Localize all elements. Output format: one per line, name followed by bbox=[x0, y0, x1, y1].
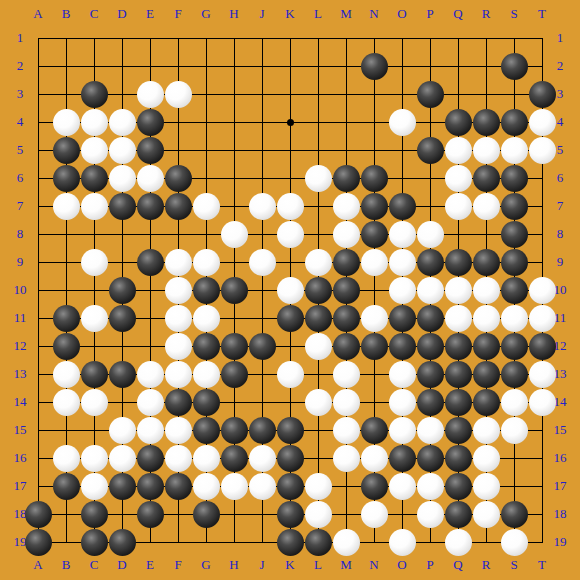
intersection-O7[interactable] bbox=[388, 192, 416, 220]
intersection-J1[interactable] bbox=[248, 24, 276, 52]
intersection-B3[interactable] bbox=[52, 80, 80, 108]
intersection-N19[interactable] bbox=[360, 528, 388, 556]
intersection-F2[interactable] bbox=[164, 52, 192, 80]
intersection-S1[interactable] bbox=[500, 24, 528, 52]
intersection-A7[interactable] bbox=[24, 192, 52, 220]
intersection-B19[interactable] bbox=[52, 528, 80, 556]
intersection-H13[interactable] bbox=[220, 360, 248, 388]
intersection-K5[interactable] bbox=[276, 136, 304, 164]
intersection-Q11[interactable] bbox=[444, 304, 472, 332]
intersection-S2[interactable] bbox=[500, 52, 528, 80]
intersection-Q16[interactable] bbox=[444, 444, 472, 472]
intersection-F5[interactable] bbox=[164, 136, 192, 164]
intersection-K10[interactable] bbox=[276, 276, 304, 304]
intersection-P5[interactable] bbox=[416, 136, 444, 164]
intersection-L7[interactable] bbox=[304, 192, 332, 220]
intersection-O19[interactable] bbox=[388, 528, 416, 556]
intersection-L4[interactable] bbox=[304, 108, 332, 136]
intersection-G19[interactable] bbox=[192, 528, 220, 556]
intersection-N5[interactable] bbox=[360, 136, 388, 164]
intersection-E3[interactable] bbox=[136, 80, 164, 108]
intersection-B1[interactable] bbox=[52, 24, 80, 52]
intersection-A19[interactable] bbox=[24, 528, 52, 556]
intersection-M9[interactable] bbox=[332, 248, 360, 276]
intersection-A9[interactable] bbox=[24, 248, 52, 276]
intersection-G10[interactable] bbox=[192, 276, 220, 304]
intersection-N7[interactable] bbox=[360, 192, 388, 220]
intersection-M3[interactable] bbox=[332, 80, 360, 108]
intersection-H2[interactable] bbox=[220, 52, 248, 80]
intersection-J12[interactable] bbox=[248, 332, 276, 360]
intersection-B5[interactable] bbox=[52, 136, 80, 164]
intersection-P15[interactable] bbox=[416, 416, 444, 444]
intersection-Q1[interactable] bbox=[444, 24, 472, 52]
intersection-M1[interactable] bbox=[332, 24, 360, 52]
intersection-M13[interactable] bbox=[332, 360, 360, 388]
intersection-M6[interactable] bbox=[332, 164, 360, 192]
intersection-L15[interactable] bbox=[304, 416, 332, 444]
intersection-B13[interactable] bbox=[52, 360, 80, 388]
intersection-E15[interactable] bbox=[136, 416, 164, 444]
intersection-T7[interactable] bbox=[528, 192, 556, 220]
intersection-T16[interactable] bbox=[528, 444, 556, 472]
intersection-C12[interactable] bbox=[80, 332, 108, 360]
intersection-D3[interactable] bbox=[108, 80, 136, 108]
intersection-G11[interactable] bbox=[192, 304, 220, 332]
intersection-C10[interactable] bbox=[80, 276, 108, 304]
intersection-M14[interactable] bbox=[332, 388, 360, 416]
intersection-K18[interactable] bbox=[276, 500, 304, 528]
intersection-F13[interactable] bbox=[164, 360, 192, 388]
intersection-J14[interactable] bbox=[248, 388, 276, 416]
intersection-K8[interactable] bbox=[276, 220, 304, 248]
intersection-P4[interactable] bbox=[416, 108, 444, 136]
intersection-R1[interactable] bbox=[472, 24, 500, 52]
intersection-E10[interactable] bbox=[136, 276, 164, 304]
intersection-R7[interactable] bbox=[472, 192, 500, 220]
intersection-K14[interactable] bbox=[276, 388, 304, 416]
intersection-B6[interactable] bbox=[52, 164, 80, 192]
intersection-P19[interactable] bbox=[416, 528, 444, 556]
intersection-S11[interactable] bbox=[500, 304, 528, 332]
intersection-K15[interactable] bbox=[276, 416, 304, 444]
intersection-O5[interactable] bbox=[388, 136, 416, 164]
intersection-T4[interactable] bbox=[528, 108, 556, 136]
intersection-B4[interactable] bbox=[52, 108, 80, 136]
intersection-C9[interactable] bbox=[80, 248, 108, 276]
intersection-H12[interactable] bbox=[220, 332, 248, 360]
intersection-E14[interactable] bbox=[136, 388, 164, 416]
intersection-S12[interactable] bbox=[500, 332, 528, 360]
intersection-T14[interactable] bbox=[528, 388, 556, 416]
intersection-H16[interactable] bbox=[220, 444, 248, 472]
intersection-L13[interactable] bbox=[304, 360, 332, 388]
intersection-J16[interactable] bbox=[248, 444, 276, 472]
intersection-N4[interactable] bbox=[360, 108, 388, 136]
intersection-M4[interactable] bbox=[332, 108, 360, 136]
intersection-G3[interactable] bbox=[192, 80, 220, 108]
intersection-G4[interactable] bbox=[192, 108, 220, 136]
intersection-C4[interactable] bbox=[80, 108, 108, 136]
intersection-M7[interactable] bbox=[332, 192, 360, 220]
intersection-D13[interactable] bbox=[108, 360, 136, 388]
intersection-E8[interactable] bbox=[136, 220, 164, 248]
intersection-R14[interactable] bbox=[472, 388, 500, 416]
intersection-R10[interactable] bbox=[472, 276, 500, 304]
intersection-O13[interactable] bbox=[388, 360, 416, 388]
intersection-M12[interactable] bbox=[332, 332, 360, 360]
intersection-B17[interactable] bbox=[52, 472, 80, 500]
intersection-D18[interactable] bbox=[108, 500, 136, 528]
intersection-F17[interactable] bbox=[164, 472, 192, 500]
intersection-R4[interactable] bbox=[472, 108, 500, 136]
intersection-H5[interactable] bbox=[220, 136, 248, 164]
intersection-F3[interactable] bbox=[164, 80, 192, 108]
intersection-Q13[interactable] bbox=[444, 360, 472, 388]
intersection-T1[interactable] bbox=[528, 24, 556, 52]
intersection-A12[interactable] bbox=[24, 332, 52, 360]
intersection-O10[interactable] bbox=[388, 276, 416, 304]
intersection-G18[interactable] bbox=[192, 500, 220, 528]
intersection-S5[interactable] bbox=[500, 136, 528, 164]
intersection-C13[interactable] bbox=[80, 360, 108, 388]
intersection-T18[interactable] bbox=[528, 500, 556, 528]
intersection-O8[interactable] bbox=[388, 220, 416, 248]
intersection-B16[interactable] bbox=[52, 444, 80, 472]
intersection-L17[interactable] bbox=[304, 472, 332, 500]
intersection-S8[interactable] bbox=[500, 220, 528, 248]
intersection-F11[interactable] bbox=[164, 304, 192, 332]
intersection-O3[interactable] bbox=[388, 80, 416, 108]
intersection-M16[interactable] bbox=[332, 444, 360, 472]
intersection-L14[interactable] bbox=[304, 388, 332, 416]
intersection-C3[interactable] bbox=[80, 80, 108, 108]
intersection-G13[interactable] bbox=[192, 360, 220, 388]
intersection-J3[interactable] bbox=[248, 80, 276, 108]
intersection-N13[interactable] bbox=[360, 360, 388, 388]
intersection-R17[interactable] bbox=[472, 472, 500, 500]
intersection-J8[interactable] bbox=[248, 220, 276, 248]
intersection-P10[interactable] bbox=[416, 276, 444, 304]
intersection-Q17[interactable] bbox=[444, 472, 472, 500]
intersection-T11[interactable] bbox=[528, 304, 556, 332]
intersection-F19[interactable] bbox=[164, 528, 192, 556]
intersection-M19[interactable] bbox=[332, 528, 360, 556]
intersection-H14[interactable] bbox=[220, 388, 248, 416]
intersection-H15[interactable] bbox=[220, 416, 248, 444]
intersection-S16[interactable] bbox=[500, 444, 528, 472]
intersection-M17[interactable] bbox=[332, 472, 360, 500]
intersection-O2[interactable] bbox=[388, 52, 416, 80]
intersection-Q4[interactable] bbox=[444, 108, 472, 136]
intersection-P14[interactable] bbox=[416, 388, 444, 416]
intersection-B10[interactable] bbox=[52, 276, 80, 304]
intersection-C18[interactable] bbox=[80, 500, 108, 528]
intersection-E9[interactable] bbox=[136, 248, 164, 276]
intersection-Q5[interactable] bbox=[444, 136, 472, 164]
intersection-H19[interactable] bbox=[220, 528, 248, 556]
intersection-T10[interactable] bbox=[528, 276, 556, 304]
intersection-C19[interactable] bbox=[80, 528, 108, 556]
intersection-G6[interactable] bbox=[192, 164, 220, 192]
intersection-C17[interactable] bbox=[80, 472, 108, 500]
intersection-P1[interactable] bbox=[416, 24, 444, 52]
intersection-D14[interactable] bbox=[108, 388, 136, 416]
intersection-F12[interactable] bbox=[164, 332, 192, 360]
intersection-E2[interactable] bbox=[136, 52, 164, 80]
intersection-O18[interactable] bbox=[388, 500, 416, 528]
intersection-A18[interactable] bbox=[24, 500, 52, 528]
intersection-F1[interactable] bbox=[164, 24, 192, 52]
intersection-S13[interactable] bbox=[500, 360, 528, 388]
intersection-L11[interactable] bbox=[304, 304, 332, 332]
intersection-O14[interactable] bbox=[388, 388, 416, 416]
intersection-H9[interactable] bbox=[220, 248, 248, 276]
intersection-G7[interactable] bbox=[192, 192, 220, 220]
intersection-L10[interactable] bbox=[304, 276, 332, 304]
intersection-N6[interactable] bbox=[360, 164, 388, 192]
intersection-D1[interactable] bbox=[108, 24, 136, 52]
intersection-J15[interactable] bbox=[248, 416, 276, 444]
intersection-E13[interactable] bbox=[136, 360, 164, 388]
intersection-O1[interactable] bbox=[388, 24, 416, 52]
intersection-H3[interactable] bbox=[220, 80, 248, 108]
intersection-L6[interactable] bbox=[304, 164, 332, 192]
intersection-F14[interactable] bbox=[164, 388, 192, 416]
intersection-E16[interactable] bbox=[136, 444, 164, 472]
intersection-F4[interactable] bbox=[164, 108, 192, 136]
intersection-E7[interactable] bbox=[136, 192, 164, 220]
intersection-T5[interactable] bbox=[528, 136, 556, 164]
intersection-S9[interactable] bbox=[500, 248, 528, 276]
intersection-G8[interactable] bbox=[192, 220, 220, 248]
intersection-C2[interactable] bbox=[80, 52, 108, 80]
intersection-E11[interactable] bbox=[136, 304, 164, 332]
intersection-C16[interactable] bbox=[80, 444, 108, 472]
intersection-J10[interactable] bbox=[248, 276, 276, 304]
intersection-B14[interactable] bbox=[52, 388, 80, 416]
intersection-F7[interactable] bbox=[164, 192, 192, 220]
intersection-D19[interactable] bbox=[108, 528, 136, 556]
intersection-R16[interactable] bbox=[472, 444, 500, 472]
intersection-D12[interactable] bbox=[108, 332, 136, 360]
intersection-G15[interactable] bbox=[192, 416, 220, 444]
intersection-D16[interactable] bbox=[108, 444, 136, 472]
intersection-E6[interactable] bbox=[136, 164, 164, 192]
intersection-N2[interactable] bbox=[360, 52, 388, 80]
intersection-T3[interactable] bbox=[528, 80, 556, 108]
intersection-K7[interactable] bbox=[276, 192, 304, 220]
intersection-E17[interactable] bbox=[136, 472, 164, 500]
intersection-N16[interactable] bbox=[360, 444, 388, 472]
intersection-K9[interactable] bbox=[276, 248, 304, 276]
intersection-F15[interactable] bbox=[164, 416, 192, 444]
intersection-A16[interactable] bbox=[24, 444, 52, 472]
intersection-K13[interactable] bbox=[276, 360, 304, 388]
intersection-R11[interactable] bbox=[472, 304, 500, 332]
intersection-T6[interactable] bbox=[528, 164, 556, 192]
intersection-S4[interactable] bbox=[500, 108, 528, 136]
intersection-K4[interactable] bbox=[276, 108, 304, 136]
intersection-R6[interactable] bbox=[472, 164, 500, 192]
intersection-C15[interactable] bbox=[80, 416, 108, 444]
intersection-S3[interactable] bbox=[500, 80, 528, 108]
intersection-A2[interactable] bbox=[24, 52, 52, 80]
intersection-J7[interactable] bbox=[248, 192, 276, 220]
intersection-R2[interactable] bbox=[472, 52, 500, 80]
intersection-B9[interactable] bbox=[52, 248, 80, 276]
intersection-M10[interactable] bbox=[332, 276, 360, 304]
intersection-S6[interactable] bbox=[500, 164, 528, 192]
intersection-Q8[interactable] bbox=[444, 220, 472, 248]
intersection-Q15[interactable] bbox=[444, 416, 472, 444]
intersection-G12[interactable] bbox=[192, 332, 220, 360]
intersection-C14[interactable] bbox=[80, 388, 108, 416]
intersection-S19[interactable] bbox=[500, 528, 528, 556]
intersection-L5[interactable] bbox=[304, 136, 332, 164]
intersection-H11[interactable] bbox=[220, 304, 248, 332]
intersection-O12[interactable] bbox=[388, 332, 416, 360]
intersection-A15[interactable] bbox=[24, 416, 52, 444]
intersection-R12[interactable] bbox=[472, 332, 500, 360]
intersection-K3[interactable] bbox=[276, 80, 304, 108]
intersection-P7[interactable] bbox=[416, 192, 444, 220]
intersection-K6[interactable] bbox=[276, 164, 304, 192]
intersection-B2[interactable] bbox=[52, 52, 80, 80]
intersection-L2[interactable] bbox=[304, 52, 332, 80]
intersection-K19[interactable] bbox=[276, 528, 304, 556]
intersection-H17[interactable] bbox=[220, 472, 248, 500]
intersection-G9[interactable] bbox=[192, 248, 220, 276]
intersection-J13[interactable] bbox=[248, 360, 276, 388]
intersection-P3[interactable] bbox=[416, 80, 444, 108]
intersection-R19[interactable] bbox=[472, 528, 500, 556]
intersection-E4[interactable] bbox=[136, 108, 164, 136]
intersection-H18[interactable] bbox=[220, 500, 248, 528]
intersection-A8[interactable] bbox=[24, 220, 52, 248]
intersection-H7[interactable] bbox=[220, 192, 248, 220]
intersection-K17[interactable] bbox=[276, 472, 304, 500]
intersection-J4[interactable] bbox=[248, 108, 276, 136]
intersection-N1[interactable] bbox=[360, 24, 388, 52]
intersection-K1[interactable] bbox=[276, 24, 304, 52]
intersection-H6[interactable] bbox=[220, 164, 248, 192]
intersection-S7[interactable] bbox=[500, 192, 528, 220]
intersection-O6[interactable] bbox=[388, 164, 416, 192]
intersection-E12[interactable] bbox=[136, 332, 164, 360]
intersection-K11[interactable] bbox=[276, 304, 304, 332]
intersection-A6[interactable] bbox=[24, 164, 52, 192]
intersection-D4[interactable] bbox=[108, 108, 136, 136]
intersection-M18[interactable] bbox=[332, 500, 360, 528]
intersection-O4[interactable] bbox=[388, 108, 416, 136]
intersection-G16[interactable] bbox=[192, 444, 220, 472]
intersection-N9[interactable] bbox=[360, 248, 388, 276]
intersection-O16[interactable] bbox=[388, 444, 416, 472]
intersection-S14[interactable] bbox=[500, 388, 528, 416]
intersection-J17[interactable] bbox=[248, 472, 276, 500]
intersection-P2[interactable] bbox=[416, 52, 444, 80]
intersection-D8[interactable] bbox=[108, 220, 136, 248]
intersection-Q12[interactable] bbox=[444, 332, 472, 360]
intersection-A17[interactable] bbox=[24, 472, 52, 500]
intersection-P8[interactable] bbox=[416, 220, 444, 248]
intersection-A3[interactable] bbox=[24, 80, 52, 108]
intersection-L16[interactable] bbox=[304, 444, 332, 472]
intersection-O11[interactable] bbox=[388, 304, 416, 332]
intersection-C8[interactable] bbox=[80, 220, 108, 248]
intersection-D5[interactable] bbox=[108, 136, 136, 164]
intersection-O9[interactable] bbox=[388, 248, 416, 276]
intersection-P16[interactable] bbox=[416, 444, 444, 472]
intersection-Q2[interactable] bbox=[444, 52, 472, 80]
intersection-B18[interactable] bbox=[52, 500, 80, 528]
intersection-O15[interactable] bbox=[388, 416, 416, 444]
intersection-A1[interactable] bbox=[24, 24, 52, 52]
intersection-L9[interactable] bbox=[304, 248, 332, 276]
intersection-C11[interactable] bbox=[80, 304, 108, 332]
intersection-A5[interactable] bbox=[24, 136, 52, 164]
intersection-F9[interactable] bbox=[164, 248, 192, 276]
intersection-E1[interactable] bbox=[136, 24, 164, 52]
intersection-E5[interactable] bbox=[136, 136, 164, 164]
intersection-J19[interactable] bbox=[248, 528, 276, 556]
intersection-P11[interactable] bbox=[416, 304, 444, 332]
intersection-N15[interactable] bbox=[360, 416, 388, 444]
intersection-A10[interactable] bbox=[24, 276, 52, 304]
intersection-L18[interactable] bbox=[304, 500, 332, 528]
intersection-F6[interactable] bbox=[164, 164, 192, 192]
intersection-M2[interactable] bbox=[332, 52, 360, 80]
intersection-G14[interactable] bbox=[192, 388, 220, 416]
intersection-S10[interactable] bbox=[500, 276, 528, 304]
intersection-N11[interactable] bbox=[360, 304, 388, 332]
intersection-N8[interactable] bbox=[360, 220, 388, 248]
intersection-N17[interactable] bbox=[360, 472, 388, 500]
intersection-Q9[interactable] bbox=[444, 248, 472, 276]
intersection-B15[interactable] bbox=[52, 416, 80, 444]
intersection-D7[interactable] bbox=[108, 192, 136, 220]
intersection-R5[interactable] bbox=[472, 136, 500, 164]
intersection-Q10[interactable] bbox=[444, 276, 472, 304]
intersection-L12[interactable] bbox=[304, 332, 332, 360]
intersection-A13[interactable] bbox=[24, 360, 52, 388]
intersection-D11[interactable] bbox=[108, 304, 136, 332]
intersection-B11[interactable] bbox=[52, 304, 80, 332]
intersection-M5[interactable] bbox=[332, 136, 360, 164]
intersection-H8[interactable] bbox=[220, 220, 248, 248]
intersection-H4[interactable] bbox=[220, 108, 248, 136]
intersection-T8[interactable] bbox=[528, 220, 556, 248]
intersection-D2[interactable] bbox=[108, 52, 136, 80]
intersection-M15[interactable] bbox=[332, 416, 360, 444]
intersection-D9[interactable] bbox=[108, 248, 136, 276]
intersection-N12[interactable] bbox=[360, 332, 388, 360]
intersection-N3[interactable] bbox=[360, 80, 388, 108]
intersection-A11[interactable] bbox=[24, 304, 52, 332]
intersection-F8[interactable] bbox=[164, 220, 192, 248]
intersection-A4[interactable] bbox=[24, 108, 52, 136]
intersection-F16[interactable] bbox=[164, 444, 192, 472]
intersection-G5[interactable] bbox=[192, 136, 220, 164]
intersection-P12[interactable] bbox=[416, 332, 444, 360]
intersection-O17[interactable] bbox=[388, 472, 416, 500]
intersection-S17[interactable] bbox=[500, 472, 528, 500]
intersection-R8[interactable] bbox=[472, 220, 500, 248]
intersection-P13[interactable] bbox=[416, 360, 444, 388]
intersection-G2[interactable] bbox=[192, 52, 220, 80]
intersection-N14[interactable] bbox=[360, 388, 388, 416]
